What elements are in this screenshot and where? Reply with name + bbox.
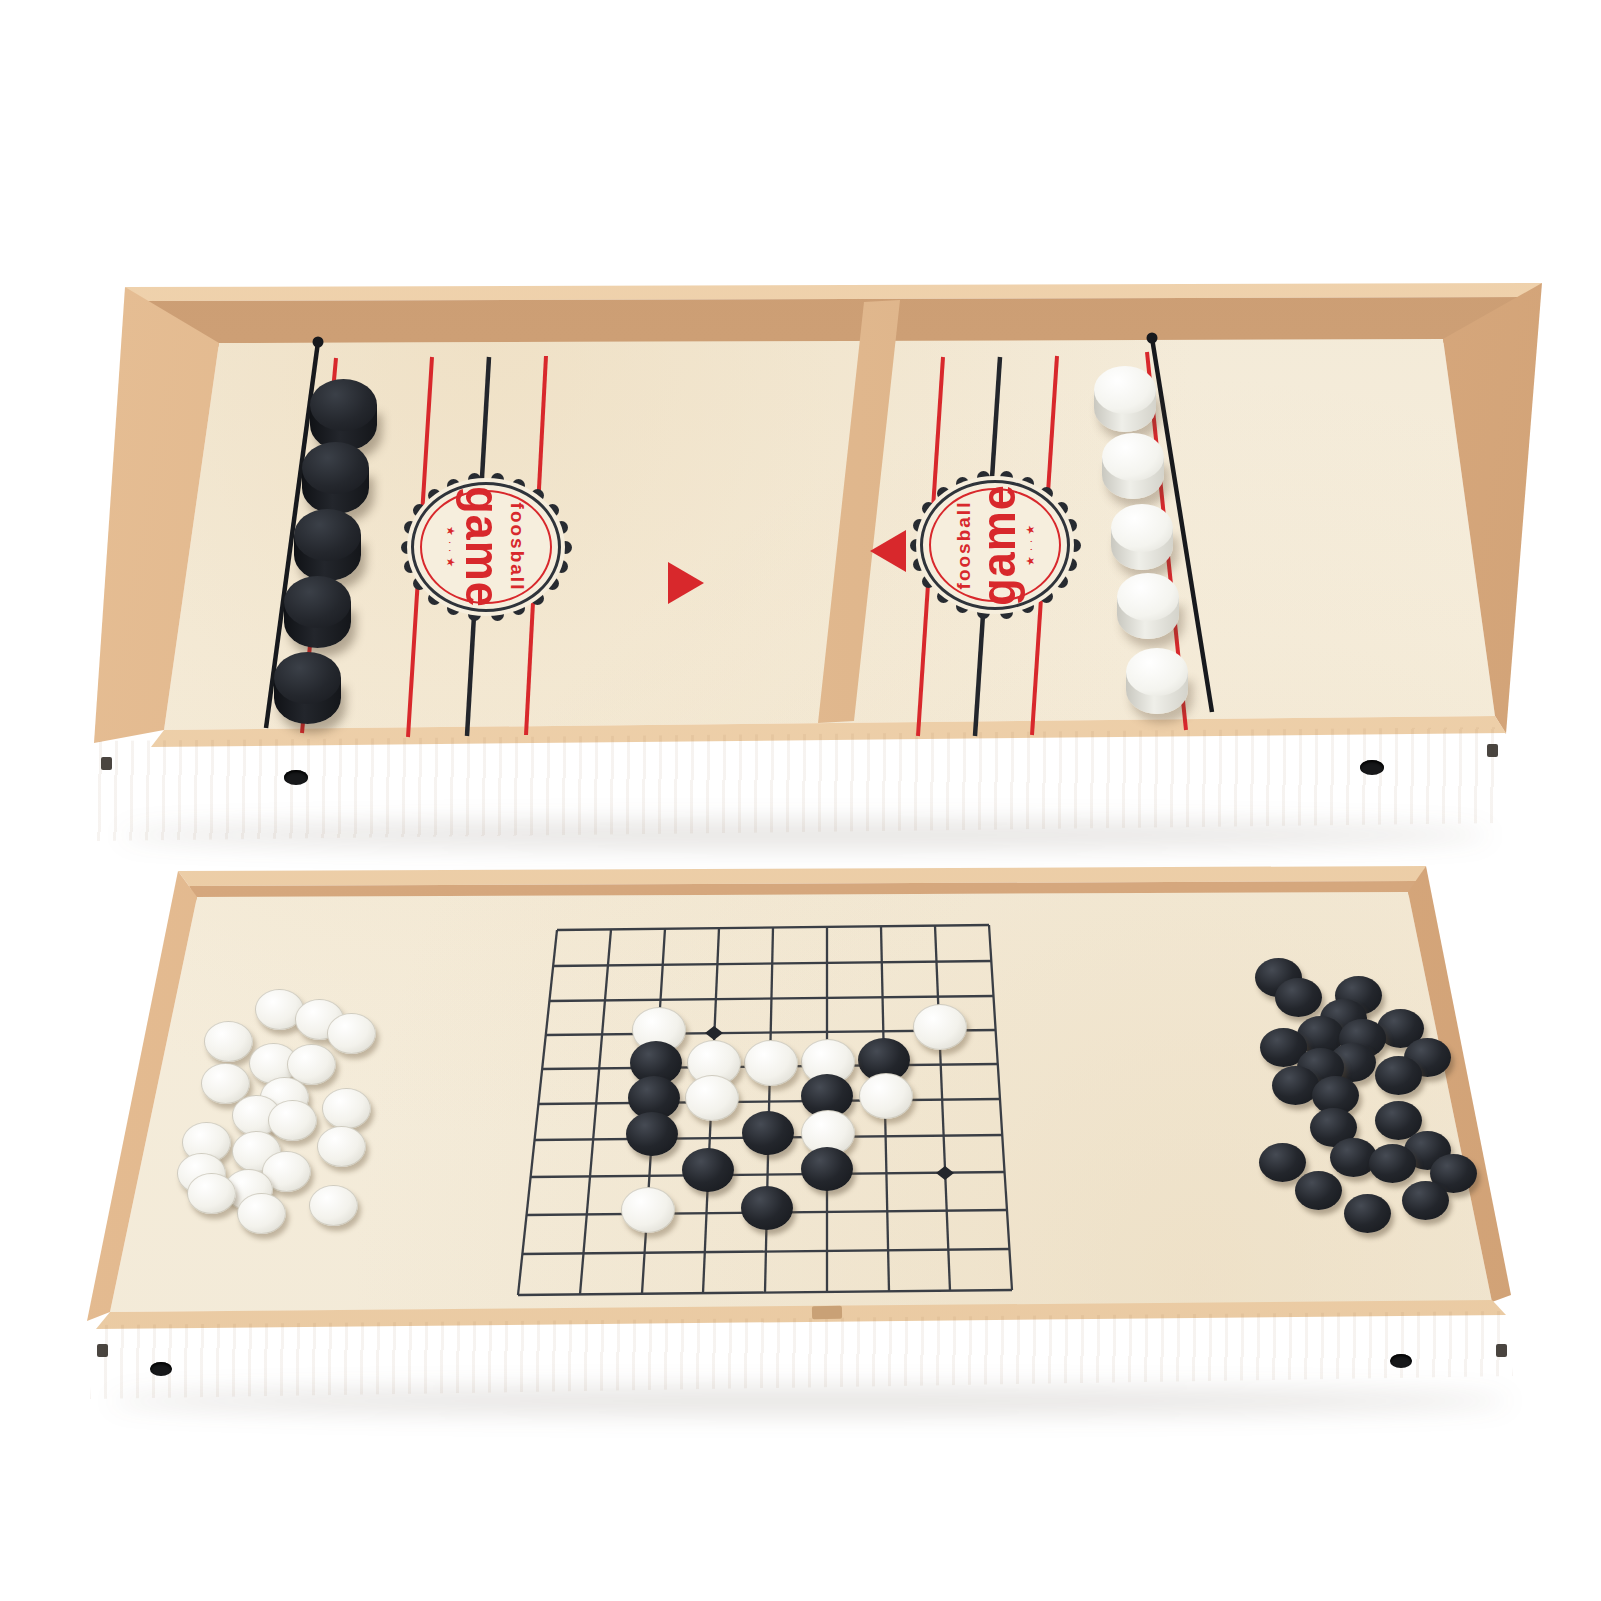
- white-stone[interactable]: [859, 1073, 913, 1119]
- product-photo-canvas: foosball game ★ ∙ ∙ ★ foosball game ★ ∙ …: [0, 0, 1601, 1601]
- black-stone[interactable]: [801, 1147, 853, 1191]
- white-stone[interactable]: [187, 1173, 236, 1214]
- black-stone[interactable]: [1375, 1056, 1422, 1095]
- black-stone[interactable]: [682, 1148, 734, 1192]
- black-puck[interactable]: [294, 509, 361, 581]
- black-stone[interactable]: [626, 1112, 678, 1156]
- apron-hole: [1390, 1354, 1412, 1368]
- foosball-game-badge-right: foosball game ★ ∙ ∙ ★: [910, 471, 1080, 619]
- white-puck[interactable]: [1102, 433, 1164, 499]
- white-puck[interactable]: [1117, 573, 1179, 639]
- apron-notch: [97, 1344, 108, 1357]
- white-stone[interactable]: [317, 1126, 366, 1167]
- black-puck[interactable]: [274, 652, 341, 724]
- badge-text-foosball: foosball: [508, 503, 527, 592]
- white-stone[interactable]: [237, 1193, 286, 1234]
- black-stone[interactable]: [1275, 978, 1322, 1017]
- apron-notch: [1487, 744, 1498, 757]
- white-stone[interactable]: [744, 1040, 798, 1086]
- black-puck[interactable]: [302, 442, 369, 514]
- badge-stars-decor: ★ ∙ ∙ ★: [1025, 524, 1036, 566]
- divider-slot-notch: [812, 1306, 842, 1320]
- black-puck[interactable]: [284, 576, 351, 648]
- black-stone[interactable]: [1295, 1171, 1342, 1210]
- white-stone[interactable]: [309, 1185, 358, 1226]
- apron-notch: [1496, 1344, 1507, 1357]
- apron-hole: [284, 770, 308, 785]
- white-stone[interactable]: [204, 1021, 253, 1062]
- black-stone[interactable]: [1369, 1144, 1416, 1183]
- white-stone[interactable]: [913, 1004, 967, 1050]
- black-stone[interactable]: [1259, 1143, 1306, 1182]
- apron-hole: [150, 1362, 172, 1376]
- badge-text-game: game: [974, 484, 1023, 606]
- black-stone[interactable]: [741, 1186, 793, 1230]
- foosball-game-badge-left: foosball game ★ ∙ ∙ ★: [401, 473, 571, 621]
- apron-hole: [1360, 760, 1384, 775]
- white-stone[interactable]: [621, 1187, 675, 1233]
- white-puck[interactable]: [1126, 648, 1188, 714]
- badge-text-game: game: [458, 486, 507, 608]
- white-stone[interactable]: [322, 1088, 371, 1129]
- white-puck[interactable]: [1111, 504, 1173, 570]
- white-puck[interactable]: [1094, 366, 1156, 432]
- apron-notch: [101, 757, 112, 770]
- black-stone[interactable]: [1402, 1181, 1449, 1220]
- white-stone[interactable]: [268, 1100, 317, 1141]
- white-stone[interactable]: [327, 1013, 376, 1054]
- black-stone[interactable]: [742, 1111, 794, 1155]
- black-stone[interactable]: [1344, 1194, 1391, 1233]
- black-puck[interactable]: [310, 379, 377, 451]
